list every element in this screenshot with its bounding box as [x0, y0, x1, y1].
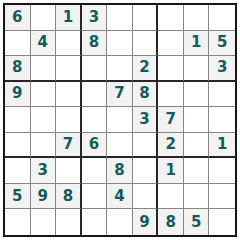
cell-r2c6[interactable] [133, 31, 159, 57]
cell-r5c6[interactable]: 3 [133, 107, 159, 133]
cell-r8c4[interactable] [82, 184, 108, 210]
cell-r6c1[interactable] [5, 133, 31, 159]
cell-r5c3[interactable] [56, 107, 82, 133]
cell-r1c7[interactable] [158, 5, 184, 31]
cell-r8c2[interactable]: 9 [31, 184, 57, 210]
cell-r7c2[interactable]: 3 [31, 158, 57, 184]
cell-r3c4[interactable] [82, 56, 108, 82]
cell-r3c1[interactable]: 8 [5, 56, 31, 82]
cell-r1c3[interactable]: 1 [56, 5, 82, 31]
sudoku-grid: 61348158239783776213815984985 [5, 5, 235, 235]
cell-r1c2[interactable] [31, 5, 57, 31]
cell-r8c8[interactable] [184, 184, 210, 210]
cell-r4c3[interactable] [56, 82, 82, 108]
cell-r2c8[interactable]: 1 [184, 31, 210, 57]
cell-r7c8[interactable] [184, 158, 210, 184]
cell-r9c2[interactable] [31, 209, 57, 235]
cell-r2c2[interactable]: 4 [31, 31, 57, 57]
cell-r8c5[interactable]: 4 [107, 184, 133, 210]
cell-r8c3[interactable]: 8 [56, 184, 82, 210]
cell-r3c3[interactable] [56, 56, 82, 82]
cell-r3c8[interactable] [184, 56, 210, 82]
cell-r1c9[interactable] [209, 5, 235, 31]
cell-r8c6[interactable] [133, 184, 159, 210]
cell-r8c1[interactable]: 5 [5, 184, 31, 210]
cell-r9c6[interactable]: 9 [133, 209, 159, 235]
cell-r8c9[interactable] [209, 184, 235, 210]
cell-r7c1[interactable] [5, 158, 31, 184]
cell-r3c6[interactable]: 2 [133, 56, 159, 82]
cell-r5c9[interactable] [209, 107, 235, 133]
cell-r2c5[interactable] [107, 31, 133, 57]
cell-r7c3[interactable] [56, 158, 82, 184]
cell-r7c9[interactable] [209, 158, 235, 184]
cell-r3c5[interactable] [107, 56, 133, 82]
cell-r6c4[interactable]: 6 [82, 133, 108, 159]
cell-r4c6[interactable]: 8 [133, 82, 159, 108]
cell-r2c7[interactable] [158, 31, 184, 57]
cell-r7c4[interactable] [82, 158, 108, 184]
cell-r3c2[interactable] [31, 56, 57, 82]
cell-r4c4[interactable] [82, 82, 108, 108]
cell-r4c9[interactable] [209, 82, 235, 108]
cell-r6c6[interactable] [133, 133, 159, 159]
cell-r1c4[interactable]: 3 [82, 5, 108, 31]
cell-r7c6[interactable] [133, 158, 159, 184]
cell-r4c2[interactable] [31, 82, 57, 108]
cell-r4c7[interactable] [158, 82, 184, 108]
cell-r9c7[interactable]: 8 [158, 209, 184, 235]
cell-r2c3[interactable] [56, 31, 82, 57]
cell-r6c3[interactable]: 7 [56, 133, 82, 159]
cell-r5c1[interactable] [5, 107, 31, 133]
cell-r3c9[interactable]: 3 [209, 56, 235, 82]
cell-r3c7[interactable] [158, 56, 184, 82]
cell-r1c1[interactable]: 6 [5, 5, 31, 31]
cell-r9c5[interactable] [107, 209, 133, 235]
cell-r2c1[interactable] [5, 31, 31, 57]
cell-r1c5[interactable] [107, 5, 133, 31]
cell-r1c8[interactable] [184, 5, 210, 31]
cell-r9c3[interactable] [56, 209, 82, 235]
cell-r7c7[interactable]: 1 [158, 158, 184, 184]
cell-r9c8[interactable]: 5 [184, 209, 210, 235]
cell-r6c5[interactable] [107, 133, 133, 159]
cell-r4c1[interactable]: 9 [5, 82, 31, 108]
cell-r5c2[interactable] [31, 107, 57, 133]
cell-r6c2[interactable] [31, 133, 57, 159]
cell-r4c5[interactable]: 7 [107, 82, 133, 108]
cell-r1c6[interactable] [133, 5, 159, 31]
cell-r5c5[interactable] [107, 107, 133, 133]
cell-r5c4[interactable] [82, 107, 108, 133]
cell-r4c8[interactable] [184, 82, 210, 108]
cell-r7c5[interactable]: 8 [107, 158, 133, 184]
cell-r5c7[interactable]: 7 [158, 107, 184, 133]
cell-r5c8[interactable] [184, 107, 210, 133]
cell-r9c4[interactable] [82, 209, 108, 235]
cell-r9c1[interactable] [5, 209, 31, 235]
cell-r2c9[interactable]: 5 [209, 31, 235, 57]
cell-r6c8[interactable] [184, 133, 210, 159]
cell-r9c9[interactable] [209, 209, 235, 235]
cell-r2c4[interactable]: 8 [82, 31, 108, 57]
cell-r6c7[interactable]: 2 [158, 133, 184, 159]
cell-r6c9[interactable]: 1 [209, 133, 235, 159]
cell-r8c7[interactable] [158, 184, 184, 210]
sudoku-board: 61348158239783776213815984985 [3, 3, 237, 237]
